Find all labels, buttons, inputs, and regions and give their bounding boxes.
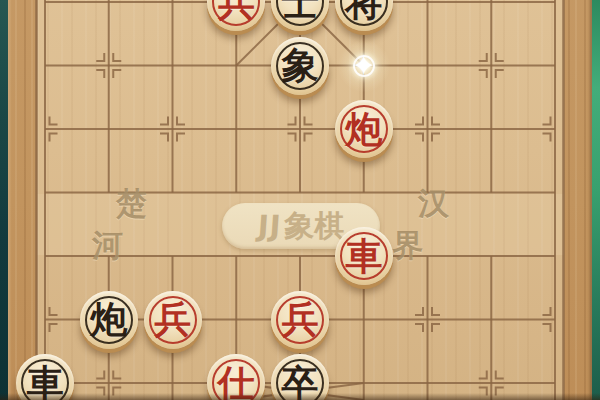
piece-glyph: 兵	[282, 301, 319, 338]
app-logo-brand: JJ	[257, 209, 283, 243]
piece-glyph: 兵	[154, 301, 191, 338]
piece-glyph: 車	[345, 238, 382, 275]
piece-glyph: 士	[282, 0, 319, 21]
bottom-shade	[0, 393, 600, 400]
piece-red-pawn[interactable]: 兵	[144, 291, 202, 349]
piece-red-chariot[interactable]: 車	[335, 227, 393, 285]
piece-red-pawn[interactable]: 兵	[271, 291, 329, 349]
piece-glyph: 炮	[90, 301, 127, 338]
river-label-han-jie: 汉 界	[392, 205, 508, 245]
sparkle-icon: ✦	[351, 51, 376, 81]
xiangqi-board-screen: 楚 河 JJ 象棋 汉 界 兵士将象炮車炮兵兵車仕卒✦	[0, 0, 600, 400]
piece-red-cannon[interactable]: 炮	[335, 100, 393, 158]
piece-glyph: 将	[345, 0, 382, 21]
sparkle-effect: ✦	[334, 36, 394, 96]
app-logo-name: 象棋	[284, 206, 344, 247]
piece-glyph: 象	[282, 47, 319, 84]
piece-black-cannon[interactable]: 炮	[80, 291, 138, 349]
piece-glyph: 炮	[345, 111, 382, 148]
piece-glyph: 兵	[218, 0, 255, 21]
piece-black-elephant[interactable]: 象	[271, 37, 329, 95]
river-label-chu-he: 楚 河	[92, 205, 202, 245]
